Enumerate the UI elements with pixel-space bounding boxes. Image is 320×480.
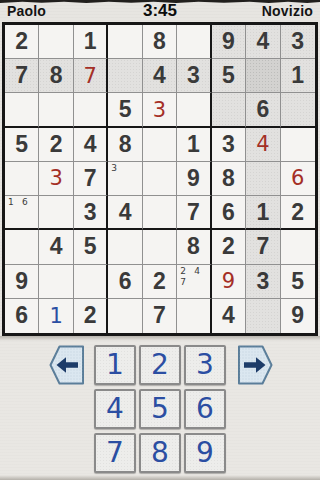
numpad-button-4[interactable]: 4 xyxy=(94,389,136,429)
cell-r1c8[interactable]: 4 xyxy=(246,25,280,59)
cell-r8c1[interactable]: 9 xyxy=(5,265,39,299)
cell-r7c6[interactable]: 8 xyxy=(177,230,211,264)
arrow-left-icon xyxy=(49,345,86,385)
cell-r1c7[interactable]: 9 xyxy=(212,25,246,59)
cell-r5c7[interactable]: 8 xyxy=(212,162,246,196)
numpad-button-3[interactable]: 3 xyxy=(184,345,226,385)
pencil-mark-digit: 1 xyxy=(8,197,14,208)
cell-r8c3[interactable] xyxy=(74,265,108,299)
given-digit: 1 xyxy=(291,62,304,89)
cell-r1c1[interactable]: 2 xyxy=(5,25,39,59)
numpad-button-1[interactable]: 1 xyxy=(94,345,136,385)
cell-r3c3[interactable] xyxy=(74,93,108,127)
cell-r5c3[interactable]: 7 xyxy=(74,162,108,196)
cell-r2c3[interactable]: 7 xyxy=(74,59,108,93)
cell-r5c9[interactable]: 6 xyxy=(281,162,315,196)
cell-r4c4[interactable]: 8 xyxy=(108,128,142,162)
given-digit: 4 xyxy=(222,302,235,329)
given-digit: 1 xyxy=(256,199,269,226)
given-digit: 2 xyxy=(153,268,166,295)
given-digit: 3 xyxy=(222,131,235,158)
given-digit: 1 xyxy=(187,131,200,158)
given-digit: 8 xyxy=(50,62,63,89)
cell-r9c1[interactable]: 6 xyxy=(5,299,39,333)
cell-r7c7[interactable]: 2 xyxy=(212,230,246,264)
given-digit: 6 xyxy=(256,96,269,123)
cell-r6c3[interactable]: 3 xyxy=(74,196,108,230)
given-digit: 8 xyxy=(153,28,166,55)
cell-r1c2[interactable] xyxy=(39,25,73,59)
cell-r2c8[interactable] xyxy=(246,59,280,93)
numpad-button-6[interactable]: 6 xyxy=(184,389,226,429)
pencil-mark-digit: 3 xyxy=(111,163,117,174)
cell-r8c5[interactable]: 2 xyxy=(143,265,177,299)
cell-r5c4[interactable]: 3 xyxy=(108,162,142,196)
cell-r7c5[interactable] xyxy=(143,230,177,264)
given-digit: 4 xyxy=(50,233,63,260)
prev-button[interactable] xyxy=(49,345,86,385)
given-digit: 2 xyxy=(15,28,28,55)
cell-r6c4[interactable]: 4 xyxy=(108,196,142,230)
arrow-right-icon xyxy=(236,345,273,385)
cell-r4c6[interactable]: 1 xyxy=(177,128,211,162)
cell-r9c4[interactable] xyxy=(108,299,142,333)
user-digit: 1 xyxy=(49,304,62,328)
cell-r3c1[interactable] xyxy=(5,93,39,127)
cell-r6c6[interactable]: 7 xyxy=(177,196,211,230)
given-digit: 4 xyxy=(84,131,97,158)
cell-r2c9[interactable]: 1 xyxy=(281,59,315,93)
cell-r2c7[interactable]: 5 xyxy=(212,59,246,93)
user-digit: 7 xyxy=(83,64,96,88)
cell-r8c2[interactable] xyxy=(39,265,73,299)
cell-r7c9[interactable] xyxy=(281,230,315,264)
cell-r8c9[interactable]: 5 xyxy=(281,265,315,299)
cell-r5c1[interactable] xyxy=(5,162,39,196)
cell-r1c3[interactable]: 1 xyxy=(74,25,108,59)
given-digit: 3 xyxy=(291,28,304,55)
sudoku-board: 2189437874351536524813437398616347612458… xyxy=(2,22,318,336)
cell-r1c4[interactable] xyxy=(108,25,142,59)
game-timer: 3:45 xyxy=(0,1,320,21)
given-digit: 5 xyxy=(222,62,235,89)
cell-r9c6[interactable] xyxy=(177,299,211,333)
given-digit: 7 xyxy=(84,165,97,192)
given-digit: 8 xyxy=(187,233,200,260)
cell-r4c5[interactable] xyxy=(143,128,177,162)
user-digit: 3 xyxy=(49,166,62,190)
numpad-button-9[interactable]: 9 xyxy=(184,433,226,473)
cell-r5c5[interactable] xyxy=(143,162,177,196)
cell-r1c9[interactable]: 3 xyxy=(281,25,315,59)
pencil-mark-digit: 6 xyxy=(22,197,28,208)
cell-r9c5[interactable]: 7 xyxy=(143,299,177,333)
given-digit: 9 xyxy=(291,302,304,329)
cell-r4c9[interactable] xyxy=(281,128,315,162)
cell-r3c6[interactable] xyxy=(177,93,211,127)
cell-r7c4[interactable] xyxy=(108,230,142,264)
given-digit: 4 xyxy=(256,28,269,55)
given-digit: 6 xyxy=(15,302,28,329)
numpad-grid: 123456789 xyxy=(94,345,226,473)
cell-r7c1[interactable] xyxy=(5,230,39,264)
cell-r6c2[interactable] xyxy=(39,196,73,230)
cell-r7c2[interactable]: 4 xyxy=(39,230,73,264)
pencil-mark-digit: 7 xyxy=(180,277,186,288)
given-digit: 4 xyxy=(119,199,132,226)
cell-r5c6[interactable]: 9 xyxy=(177,162,211,196)
cell-r2c5[interactable]: 4 xyxy=(143,59,177,93)
cell-r8c6[interactable]: 247 xyxy=(177,265,211,299)
given-digit: 9 xyxy=(187,165,200,192)
given-digit: 5 xyxy=(119,96,132,123)
user-digit: 4 xyxy=(256,132,269,156)
pencil-mark-digit: 2 xyxy=(180,266,186,277)
number-pad: 123456789 xyxy=(0,336,320,480)
numpad-button-7[interactable]: 7 xyxy=(94,433,136,473)
given-digit: 3 xyxy=(187,62,200,89)
cell-r9c9[interactable]: 9 xyxy=(281,299,315,333)
torn-paper-edge-middle xyxy=(0,336,320,341)
given-digit: 5 xyxy=(291,268,304,295)
given-digit: 7 xyxy=(187,199,200,226)
cell-r4c7[interactable]: 3 xyxy=(212,128,246,162)
given-digit: 7 xyxy=(15,62,28,89)
given-digit: 2 xyxy=(50,131,63,158)
cell-r6c7[interactable]: 6 xyxy=(212,196,246,230)
cell-r5c2[interactable]: 3 xyxy=(39,162,73,196)
given-digit: 5 xyxy=(15,131,28,158)
pencil-marks: 247 xyxy=(180,266,208,288)
given-digit: 7 xyxy=(256,233,269,260)
given-digit: 6 xyxy=(222,199,235,226)
pencil-marks: 3 xyxy=(111,163,140,174)
cell-r7c3[interactable]: 5 xyxy=(74,230,108,264)
cell-r2c4[interactable] xyxy=(108,59,142,93)
cell-r6c8[interactable]: 1 xyxy=(246,196,280,230)
cell-r5c8[interactable] xyxy=(246,162,280,196)
numpad-button-2[interactable]: 2 xyxy=(139,345,181,385)
cell-r4c2[interactable]: 2 xyxy=(39,128,73,162)
cell-r8c4[interactable]: 6 xyxy=(108,265,142,299)
cell-r3c5[interactable]: 3 xyxy=(143,93,177,127)
cell-r9c3[interactable]: 2 xyxy=(74,299,108,333)
torn-paper-edge-bottom xyxy=(0,475,320,480)
cell-r3c8[interactable]: 6 xyxy=(246,93,280,127)
cell-r2c6[interactable]: 3 xyxy=(177,59,211,93)
cell-r6c5[interactable] xyxy=(143,196,177,230)
user-digit: 3 xyxy=(153,98,166,122)
given-digit: 9 xyxy=(15,268,28,295)
user-digit: 6 xyxy=(291,166,304,190)
given-digit: 3 xyxy=(256,268,269,295)
numpad-button-5[interactable]: 5 xyxy=(139,389,181,429)
pencil-mark-digit: 4 xyxy=(194,266,200,277)
given-digit: 3 xyxy=(84,199,97,226)
cell-r9c8[interactable] xyxy=(246,299,280,333)
given-digit: 2 xyxy=(84,302,97,329)
cell-r4c3[interactable]: 4 xyxy=(74,128,108,162)
cell-r1c5[interactable]: 8 xyxy=(143,25,177,59)
user-digit: 9 xyxy=(222,269,235,293)
given-digit: 8 xyxy=(119,131,132,158)
cell-r2c1[interactable]: 7 xyxy=(5,59,39,93)
given-digit: 8 xyxy=(222,165,235,192)
cell-r6c9[interactable]: 2 xyxy=(281,196,315,230)
given-digit: 9 xyxy=(222,28,235,55)
given-digit: 4 xyxy=(153,62,166,89)
status-bar: Paolo 3:45 Novizio xyxy=(0,0,320,22)
cell-r8c7[interactable]: 9 xyxy=(212,265,246,299)
given-digit: 2 xyxy=(291,199,304,226)
cell-r3c4[interactable]: 5 xyxy=(108,93,142,127)
cell-r9c2[interactable]: 1 xyxy=(39,299,73,333)
pencil-marks: 16 xyxy=(8,197,37,208)
cell-r1c6[interactable] xyxy=(177,25,211,59)
given-digit: 7 xyxy=(153,302,166,329)
cell-r7c8[interactable]: 7 xyxy=(246,230,280,264)
given-digit: 2 xyxy=(222,233,235,260)
cell-r3c9[interactable] xyxy=(281,93,315,127)
cell-r2c2[interactable]: 8 xyxy=(39,59,73,93)
numpad-button-8[interactable]: 8 xyxy=(139,433,181,473)
cell-r4c8[interactable]: 4 xyxy=(246,128,280,162)
given-digit: 5 xyxy=(84,233,97,260)
cell-r4c1[interactable]: 5 xyxy=(5,128,39,162)
next-button[interactable] xyxy=(236,345,273,385)
cell-r6c1[interactable]: 16 xyxy=(5,196,39,230)
given-digit: 1 xyxy=(84,28,97,55)
cell-r3c2[interactable] xyxy=(39,93,73,127)
cell-r3c7[interactable] xyxy=(212,93,246,127)
given-digit: 6 xyxy=(119,268,132,295)
cell-r8c8[interactable]: 3 xyxy=(246,265,280,299)
cell-r9c7[interactable]: 4 xyxy=(212,299,246,333)
sudoku-grid: 2189437874351536524813437398616347612458… xyxy=(5,25,315,333)
